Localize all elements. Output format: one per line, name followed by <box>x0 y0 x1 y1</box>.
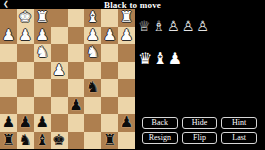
square-d2[interactable] <box>68 27 85 45</box>
black-knight: ♞ <box>86 80 99 95</box>
white-pawn: ♟ <box>35 28 48 43</box>
square-d3[interactable] <box>68 44 85 62</box>
square-e8[interactable]: ♚ <box>51 132 68 150</box>
square-g1[interactable]: ♚ <box>17 9 34 27</box>
square-a1[interactable]: ♜ <box>118 9 135 27</box>
square-g7[interactable]: ♟ <box>17 114 34 132</box>
square-h7[interactable]: ♟ <box>0 114 17 132</box>
square-g3[interactable] <box>17 44 34 62</box>
square-b3[interactable] <box>101 44 118 62</box>
square-e1[interactable] <box>51 9 68 27</box>
square-d6[interactable]: ♟ <box>68 97 85 115</box>
hint-button[interactable]: Hint <box>221 117 257 129</box>
black-pawn: ♟ <box>69 98 82 113</box>
square-a7[interactable]: ♟ <box>118 114 135 132</box>
square-d5[interactable] <box>68 79 85 97</box>
square-h6[interactable] <box>0 97 17 115</box>
black-king: ♚ <box>52 133 65 148</box>
square-f1[interactable]: ♜ <box>34 9 51 27</box>
square-c2[interactable]: ♟ <box>84 27 101 45</box>
square-g6[interactable] <box>17 97 34 115</box>
square-a2[interactable]: ♟ <box>118 27 135 45</box>
white-pawn: ♟ <box>86 28 99 43</box>
square-e3[interactable] <box>51 44 68 62</box>
captured-black-pieces-tray: ♕♗♙♙♙ <box>138 18 211 35</box>
square-f3[interactable]: ♞ <box>34 44 51 62</box>
square-f7[interactable]: ♟ <box>34 114 51 132</box>
square-g8[interactable]: ♞ <box>17 132 34 150</box>
square-g5[interactable] <box>17 79 34 97</box>
square-c6[interactable] <box>84 97 101 115</box>
black-bishop: ♝ <box>35 133 48 148</box>
square-d4[interactable] <box>68 62 85 80</box>
flip-button[interactable]: Flip <box>182 132 218 144</box>
square-e5[interactable] <box>51 79 68 97</box>
square-b4[interactable] <box>101 62 118 80</box>
last-button[interactable]: Last <box>221 132 257 144</box>
resign-button[interactable]: Resign <box>142 132 178 144</box>
square-h1[interactable] <box>0 9 17 27</box>
white-rook: ♜ <box>120 10 133 25</box>
square-c7[interactable] <box>84 114 101 132</box>
square-f5[interactable] <box>34 79 51 97</box>
white-pawn: ♟ <box>2 28 15 43</box>
square-f8[interactable]: ♝ <box>34 132 51 150</box>
white-knight: ♞ <box>35 45 48 60</box>
black-rook: ♜ <box>103 133 116 148</box>
chess-board: ♚♜♝♜♟♟♟♟♟♟♞♞♟♞♟♟♟♟♟♜♞♝♚♜ <box>0 9 135 149</box>
back-button[interactable]: Back <box>142 117 178 129</box>
white-bishop: ♝ <box>86 10 99 25</box>
square-h3[interactable] <box>0 44 17 62</box>
square-h5[interactable] <box>0 79 17 97</box>
white-pawn: ♟ <box>52 63 65 78</box>
square-c5[interactable]: ♞ <box>84 79 101 97</box>
square-h4[interactable] <box>0 62 17 80</box>
turn-indicator-title: Black to move <box>0 0 265 9</box>
black-pawn: ♟ <box>2 115 15 130</box>
action-button-grid: Back Hide Hint Resign Flip Last <box>142 117 257 144</box>
white-king: ♚ <box>19 10 32 25</box>
square-c1[interactable]: ♝ <box>84 9 101 27</box>
square-f4[interactable] <box>34 62 51 80</box>
white-rook: ♜ <box>35 10 48 25</box>
top-bar: ❮ Black to move <box>0 0 265 9</box>
square-b7[interactable] <box>101 114 118 132</box>
square-h8[interactable]: ♜ <box>0 132 17 150</box>
white-pawn: ♟ <box>19 28 32 43</box>
captured-white-pieces-tray: ♛♝♟ <box>138 49 183 68</box>
square-c4[interactable] <box>84 62 101 80</box>
square-b6[interactable] <box>101 97 118 115</box>
square-a8[interactable] <box>118 132 135 150</box>
square-b1[interactable] <box>101 9 118 27</box>
chess-app-screen: ❮ Black to move ♚♜♝♜♟♟♟♟♟♟♞♞♟♞♟♟♟♟♟♜♞♝♚♜… <box>0 0 265 149</box>
square-a4[interactable] <box>118 62 135 80</box>
square-d1[interactable] <box>68 9 85 27</box>
square-a3[interactable] <box>118 44 135 62</box>
black-rook: ♜ <box>2 133 15 148</box>
square-a5[interactable] <box>118 79 135 97</box>
square-g4[interactable] <box>17 62 34 80</box>
white-knight: ♞ <box>86 45 99 60</box>
square-c8[interactable] <box>84 132 101 150</box>
black-pawn: ♟ <box>35 115 48 130</box>
square-b8[interactable]: ♜ <box>101 132 118 150</box>
hide-button[interactable]: Hide <box>182 117 218 129</box>
black-pawn: ♟ <box>120 115 133 130</box>
square-e6[interactable] <box>51 97 68 115</box>
square-e4[interactable]: ♟ <box>51 62 68 80</box>
square-d8[interactable] <box>68 132 85 150</box>
square-g2[interactable]: ♟ <box>17 27 34 45</box>
square-b5[interactable] <box>101 79 118 97</box>
square-a6[interactable] <box>118 97 135 115</box>
square-h2[interactable]: ♟ <box>0 27 17 45</box>
white-pawn: ♟ <box>120 28 133 43</box>
square-b2[interactable]: ♟ <box>101 27 118 45</box>
square-f2[interactable]: ♟ <box>34 27 51 45</box>
square-f6[interactable] <box>34 97 51 115</box>
square-e2[interactable] <box>51 27 68 45</box>
black-pawn: ♟ <box>19 115 32 130</box>
square-d7[interactable] <box>68 114 85 132</box>
black-knight: ♞ <box>19 133 32 148</box>
square-c3[interactable]: ♞ <box>84 44 101 62</box>
white-pawn: ♟ <box>103 28 116 43</box>
square-e7[interactable] <box>51 114 68 132</box>
